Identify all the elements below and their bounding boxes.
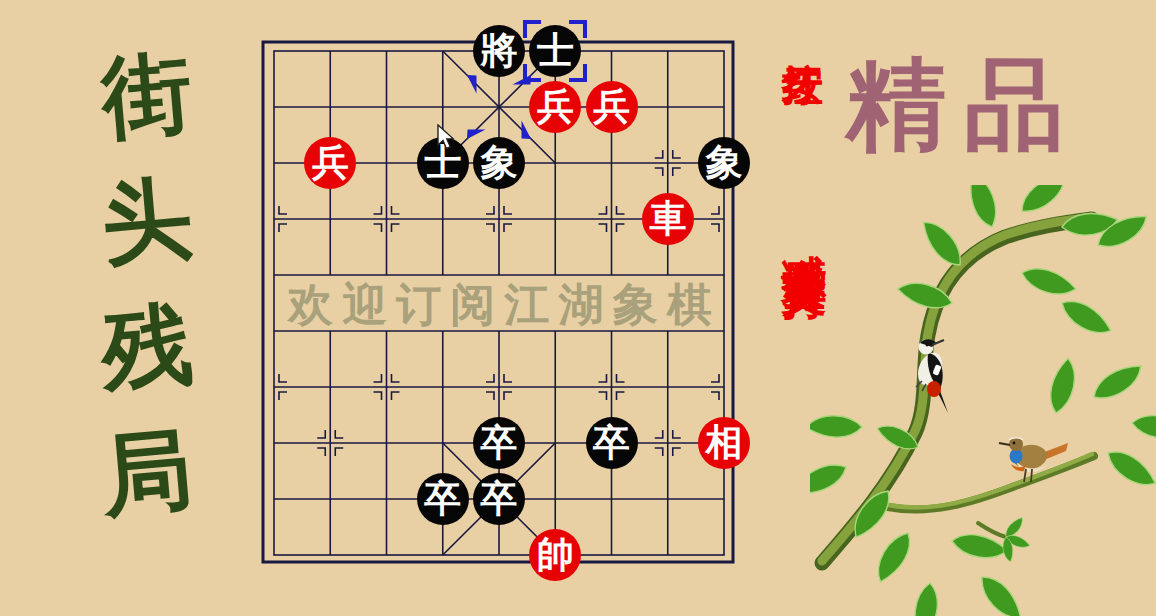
red-general[interactable]: 帥 <box>529 529 581 581</box>
black-elephant[interactable]: 象 <box>473 137 525 189</box>
left-title-char: 街 <box>98 46 196 144</box>
black-pawn[interactable]: 卒 <box>417 473 469 525</box>
mouse-cursor <box>437 124 457 152</box>
river-text-char: 江 <box>505 275 550 335</box>
river-text-char: 阅 <box>450 275 495 335</box>
river-text-char: 湖 <box>559 275 604 335</box>
left-title-char: 残 <box>98 298 196 396</box>
red-pawn[interactable]: 兵 <box>586 81 638 133</box>
black-elephant[interactable]: 象 <box>698 137 750 189</box>
red-pawn[interactable]: 兵 <box>304 137 356 189</box>
red-elephant[interactable]: 相 <box>698 417 750 469</box>
river-text-char: 棋 <box>667 275 712 335</box>
river-text-char: 迎 <box>342 275 387 335</box>
red-chariot[interactable]: 車 <box>642 193 694 245</box>
caption-press-red: 按红牙 <box>776 30 831 39</box>
left-title-char: 局 <box>98 424 196 522</box>
river-text-char: 欢 <box>288 275 333 335</box>
branch-birds-illustration <box>810 185 1156 616</box>
river-text-char: 象 <box>613 275 658 335</box>
caption-thanks-support: 感谢赏金支持 <box>774 218 834 242</box>
river-text-char: 订 <box>396 275 441 335</box>
black-pawn[interactable]: 卒 <box>473 473 525 525</box>
black-pawn[interactable]: 卒 <box>586 417 638 469</box>
black-general[interactable]: 將 <box>473 25 525 77</box>
xiangqi-stream-overlay: { "game": "xiangqi", "position": { "fen"… <box>0 0 1156 616</box>
red-pawn[interactable]: 兵 <box>529 81 581 133</box>
left-title-char: 头 <box>98 172 196 270</box>
premium-badge: 精品 <box>846 52 1082 160</box>
river-welcome-text: 欢迎订阅江湖象棋 <box>288 280 712 330</box>
left-title-street-endgame: 街头残局 <box>72 50 222 518</box>
selection-bracket <box>523 20 587 82</box>
move-hint-arrow <box>467 75 477 94</box>
move-hint-arrow <box>522 121 532 140</box>
black-pawn[interactable]: 卒 <box>473 417 525 469</box>
